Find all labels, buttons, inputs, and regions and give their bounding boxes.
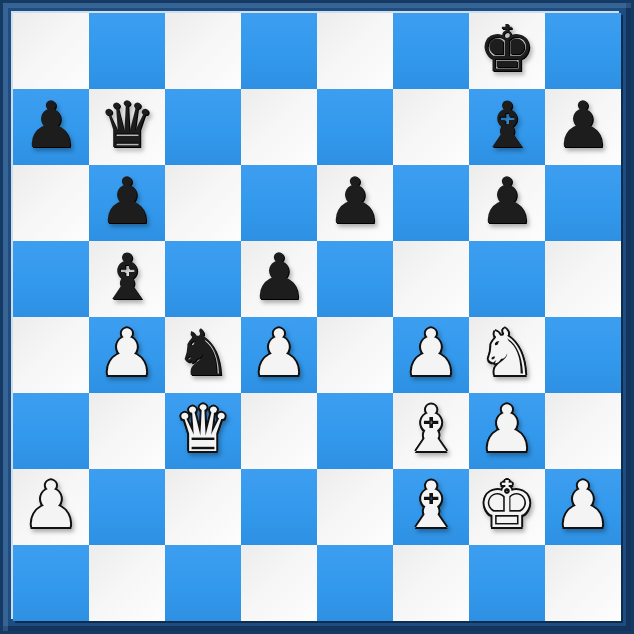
square-g3[interactable]: ♟: [469, 393, 545, 469]
square-b6[interactable]: ♟: [89, 165, 165, 241]
piece-black-king[interactable]: ♚: [478, 17, 535, 81]
square-d4[interactable]: ♟: [241, 317, 317, 393]
square-h1[interactable]: [545, 545, 621, 621]
square-h5[interactable]: [545, 241, 621, 317]
piece-black-pawn[interactable]: ♟: [478, 169, 535, 233]
square-g7[interactable]: ♝: [469, 89, 545, 165]
square-b2[interactable]: [89, 469, 165, 545]
square-h6[interactable]: [545, 165, 621, 241]
square-d2[interactable]: [241, 469, 317, 545]
square-d7[interactable]: [241, 89, 317, 165]
piece-white-bishop[interactable]: ♝: [402, 473, 459, 537]
square-f3[interactable]: ♝: [393, 393, 469, 469]
square-f7[interactable]: [393, 89, 469, 165]
square-b3[interactable]: [89, 393, 165, 469]
piece-black-pawn[interactable]: ♟: [250, 245, 307, 309]
piece-black-bishop[interactable]: ♝: [98, 245, 155, 309]
square-a3[interactable]: [13, 393, 89, 469]
piece-white-queen[interactable]: ♛: [174, 397, 231, 461]
square-a6[interactable]: [13, 165, 89, 241]
square-h7[interactable]: ♟: [545, 89, 621, 165]
piece-white-pawn[interactable]: ♟: [554, 473, 611, 537]
square-f8[interactable]: [393, 13, 469, 89]
square-a7[interactable]: ♟: [13, 89, 89, 165]
square-h8[interactable]: [545, 13, 621, 89]
piece-white-pawn[interactable]: ♟: [402, 321, 459, 385]
square-f6[interactable]: [393, 165, 469, 241]
piece-white-pawn[interactable]: ♟: [22, 473, 79, 537]
square-e3[interactable]: [317, 393, 393, 469]
square-b7[interactable]: ♛: [89, 89, 165, 165]
square-e5[interactable]: [317, 241, 393, 317]
square-c8[interactable]: [165, 13, 241, 89]
square-g8[interactable]: ♚: [469, 13, 545, 89]
piece-black-queen[interactable]: ♛: [98, 93, 155, 157]
square-g5[interactable]: [469, 241, 545, 317]
square-c1[interactable]: [165, 545, 241, 621]
square-c4[interactable]: ♞: [165, 317, 241, 393]
square-a2[interactable]: ♟: [13, 469, 89, 545]
piece-black-pawn[interactable]: ♟: [22, 93, 79, 157]
square-f5[interactable]: [393, 241, 469, 317]
square-h2[interactable]: ♟: [545, 469, 621, 545]
square-d6[interactable]: [241, 165, 317, 241]
square-e4[interactable]: [317, 317, 393, 393]
square-c7[interactable]: [165, 89, 241, 165]
square-d5[interactable]: ♟: [241, 241, 317, 317]
square-b4[interactable]: ♟: [89, 317, 165, 393]
square-g1[interactable]: [469, 545, 545, 621]
square-a5[interactable]: [13, 241, 89, 317]
square-c5[interactable]: [165, 241, 241, 317]
square-h4[interactable]: [545, 317, 621, 393]
square-d1[interactable]: [241, 545, 317, 621]
square-e7[interactable]: [317, 89, 393, 165]
board-frame: ♚♟♛♝♟♟♟♟♝♟♟♞♟♟♞♛♝♟♟♝♚♟: [0, 0, 634, 634]
piece-white-pawn[interactable]: ♟: [98, 321, 155, 385]
square-b1[interactable]: [89, 545, 165, 621]
square-f1[interactable]: [393, 545, 469, 621]
square-e1[interactable]: [317, 545, 393, 621]
square-a4[interactable]: [13, 317, 89, 393]
piece-black-pawn[interactable]: ♟: [554, 93, 611, 157]
piece-white-pawn[interactable]: ♟: [250, 321, 307, 385]
square-c3[interactable]: ♛: [165, 393, 241, 469]
chess-board: ♚♟♛♝♟♟♟♟♝♟♟♞♟♟♞♛♝♟♟♝♚♟: [13, 13, 621, 621]
square-b8[interactable]: [89, 13, 165, 89]
square-b5[interactable]: ♝: [89, 241, 165, 317]
piece-white-knight[interactable]: ♞: [478, 321, 535, 385]
square-f4[interactable]: ♟: [393, 317, 469, 393]
piece-black-knight[interactable]: ♞: [174, 321, 231, 385]
piece-black-pawn[interactable]: ♟: [98, 169, 155, 233]
square-e8[interactable]: [317, 13, 393, 89]
piece-white-bishop[interactable]: ♝: [402, 397, 459, 461]
piece-white-king[interactable]: ♚: [478, 473, 535, 537]
square-g6[interactable]: ♟: [469, 165, 545, 241]
square-c6[interactable]: [165, 165, 241, 241]
square-a1[interactable]: [13, 545, 89, 621]
piece-black-pawn[interactable]: ♟: [326, 169, 383, 233]
square-d3[interactable]: [241, 393, 317, 469]
piece-white-pawn[interactable]: ♟: [478, 397, 535, 461]
square-h3[interactable]: [545, 393, 621, 469]
square-a8[interactable]: [13, 13, 89, 89]
square-e2[interactable]: [317, 469, 393, 545]
square-f2[interactable]: ♝: [393, 469, 469, 545]
square-c2[interactable]: [165, 469, 241, 545]
piece-black-bishop[interactable]: ♝: [478, 93, 535, 157]
square-d8[interactable]: [241, 13, 317, 89]
square-g4[interactable]: ♞: [469, 317, 545, 393]
square-g2[interactable]: ♚: [469, 469, 545, 545]
square-e6[interactable]: ♟: [317, 165, 393, 241]
